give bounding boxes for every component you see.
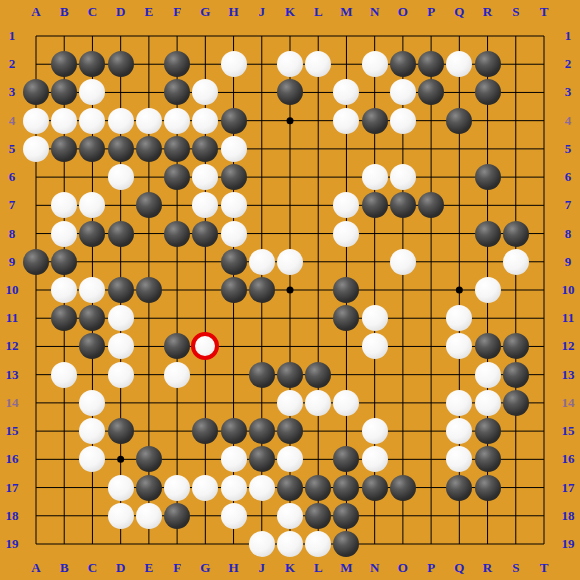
white-stone-B8 — [51, 221, 77, 247]
row-label-right-1: 1 — [565, 28, 572, 44]
black-stone-P7 — [418, 192, 444, 218]
black-stone-R2 — [475, 51, 501, 77]
row-label-left-19: 19 — [6, 536, 19, 552]
black-stone-K3 — [277, 79, 303, 105]
col-label-bottom-B: B — [60, 560, 69, 576]
black-stone-B2 — [51, 51, 77, 77]
col-label-top-K: K — [285, 4, 295, 20]
white-stone-C16 — [79, 446, 105, 472]
row-label-left-18: 18 — [6, 508, 19, 524]
black-stone-C5 — [79, 136, 105, 162]
black-stone-E16 — [136, 446, 162, 472]
white-stone-E18 — [136, 503, 162, 529]
black-stone-R8 — [475, 221, 501, 247]
col-label-bottom-M: M — [340, 560, 352, 576]
white-stone-G17 — [192, 475, 218, 501]
white-stone-K2 — [277, 51, 303, 77]
row-label-left-3: 3 — [9, 84, 16, 100]
black-stone-H4 — [221, 108, 247, 134]
black-stone-H6 — [221, 164, 247, 190]
col-label-bottom-S: S — [512, 560, 519, 576]
white-stone-E4 — [136, 108, 162, 134]
white-stone-H2 — [221, 51, 247, 77]
black-stone-P2 — [418, 51, 444, 77]
white-stone-N12 — [362, 333, 388, 359]
col-label-bottom-H: H — [228, 560, 238, 576]
white-stone-Q15 — [446, 418, 472, 444]
col-label-bottom-L: L — [314, 560, 323, 576]
row-label-right-10: 10 — [562, 282, 575, 298]
black-stone-A9 — [23, 249, 49, 275]
white-stone-G7 — [192, 192, 218, 218]
row-label-right-9: 9 — [565, 254, 572, 270]
row-label-left-13: 13 — [6, 367, 19, 383]
row-label-right-19: 19 — [562, 536, 575, 552]
row-label-left-15: 15 — [6, 423, 19, 439]
black-stone-N4 — [362, 108, 388, 134]
white-stone-K19 — [277, 531, 303, 557]
row-label-right-3: 3 — [565, 84, 572, 100]
white-stone-K16 — [277, 446, 303, 472]
white-stone-G6 — [192, 164, 218, 190]
col-label-bottom-P: P — [427, 560, 435, 576]
last-move-marker — [191, 332, 219, 360]
black-stone-G15 — [192, 418, 218, 444]
black-stone-D10 — [108, 277, 134, 303]
white-stone-D4 — [108, 108, 134, 134]
black-stone-N17 — [362, 475, 388, 501]
white-stone-K18 — [277, 503, 303, 529]
row-label-left-14: 14 — [6, 395, 19, 411]
white-stone-D17 — [108, 475, 134, 501]
row-label-right-15: 15 — [562, 423, 575, 439]
black-stone-F2 — [164, 51, 190, 77]
row-label-left-17: 17 — [6, 480, 19, 496]
row-label-left-2: 2 — [9, 56, 16, 72]
black-stone-J13 — [249, 362, 275, 388]
black-stone-E17 — [136, 475, 162, 501]
white-stone-L2 — [305, 51, 331, 77]
col-label-top-H: H — [228, 4, 238, 20]
row-label-right-4: 4 — [565, 113, 572, 129]
white-stone-M3 — [333, 79, 359, 105]
row-label-left-9: 9 — [9, 254, 16, 270]
black-stone-L13 — [305, 362, 331, 388]
col-label-top-B: B — [60, 4, 69, 20]
black-stone-F18 — [164, 503, 190, 529]
black-stone-M11 — [333, 305, 359, 331]
col-label-top-A: A — [31, 4, 40, 20]
black-stone-O7 — [390, 192, 416, 218]
white-stone-C7 — [79, 192, 105, 218]
black-stone-B3 — [51, 79, 77, 105]
row-label-right-5: 5 — [565, 141, 572, 157]
row-label-left-1: 1 — [9, 28, 16, 44]
white-stone-D12 — [108, 333, 134, 359]
col-label-bottom-F: F — [173, 560, 181, 576]
black-stone-J16 — [249, 446, 275, 472]
black-stone-H15 — [221, 418, 247, 444]
black-stone-D5 — [108, 136, 134, 162]
row-label-right-12: 12 — [562, 338, 575, 354]
white-stone-H16 — [221, 446, 247, 472]
row-label-left-10: 10 — [6, 282, 19, 298]
white-stone-N15 — [362, 418, 388, 444]
col-label-bottom-J: J — [259, 560, 266, 576]
black-stone-S13 — [503, 362, 529, 388]
row-label-right-8: 8 — [565, 226, 572, 242]
row-label-left-5: 5 — [9, 141, 16, 157]
black-stone-S8 — [503, 221, 529, 247]
white-stone-M8 — [333, 221, 359, 247]
white-stone-O9 — [390, 249, 416, 275]
white-stone-S9 — [503, 249, 529, 275]
white-stone-H17 — [221, 475, 247, 501]
white-stone-C4 — [79, 108, 105, 134]
white-stone-Q14 — [446, 390, 472, 416]
row-label-right-17: 17 — [562, 480, 575, 496]
white-stone-F17 — [164, 475, 190, 501]
col-label-top-D: D — [116, 4, 125, 20]
row-label-left-4: 4 — [9, 113, 16, 129]
white-stone-D18 — [108, 503, 134, 529]
col-label-top-O: O — [398, 4, 408, 20]
black-stone-M18 — [333, 503, 359, 529]
white-stone-Q12 — [446, 333, 472, 359]
black-stone-K17 — [277, 475, 303, 501]
star-point-K10 — [287, 287, 294, 294]
black-stone-D15 — [108, 418, 134, 444]
black-stone-K15 — [277, 418, 303, 444]
white-stone-H8 — [221, 221, 247, 247]
white-stone-O4 — [390, 108, 416, 134]
white-stone-H5 — [221, 136, 247, 162]
black-stone-P3 — [418, 79, 444, 105]
white-stone-J19 — [249, 531, 275, 557]
col-label-top-L: L — [314, 4, 323, 20]
row-label-right-11: 11 — [562, 310, 574, 326]
row-label-right-18: 18 — [562, 508, 575, 524]
black-stone-D2 — [108, 51, 134, 77]
black-stone-G5 — [192, 136, 218, 162]
col-label-bottom-E: E — [145, 560, 154, 576]
white-stone-A4 — [23, 108, 49, 134]
white-stone-R13 — [475, 362, 501, 388]
star-point-K4 — [287, 117, 294, 124]
white-stone-L19 — [305, 531, 331, 557]
black-stone-L18 — [305, 503, 331, 529]
col-label-top-Q: Q — [454, 4, 464, 20]
col-label-top-F: F — [173, 4, 181, 20]
black-stone-Q4 — [446, 108, 472, 134]
black-stone-C8 — [79, 221, 105, 247]
black-stone-G8 — [192, 221, 218, 247]
white-stone-K9 — [277, 249, 303, 275]
white-stone-N2 — [362, 51, 388, 77]
black-stone-R15 — [475, 418, 501, 444]
col-label-top-R: R — [483, 4, 492, 20]
white-stone-Q2 — [446, 51, 472, 77]
col-label-bottom-A: A — [31, 560, 40, 576]
black-stone-C2 — [79, 51, 105, 77]
white-stone-O3 — [390, 79, 416, 105]
white-stone-A5 — [23, 136, 49, 162]
row-label-right-6: 6 — [565, 169, 572, 185]
white-stone-R14 — [475, 390, 501, 416]
white-stone-C10 — [79, 277, 105, 303]
black-stone-F6 — [164, 164, 190, 190]
col-label-bottom-G: G — [200, 560, 210, 576]
black-stone-F12 — [164, 333, 190, 359]
black-stone-M10 — [333, 277, 359, 303]
black-stone-O2 — [390, 51, 416, 77]
col-label-top-T: T — [540, 4, 549, 20]
row-label-left-8: 8 — [9, 226, 16, 242]
col-label-bottom-D: D — [116, 560, 125, 576]
col-label-bottom-C: C — [88, 560, 97, 576]
row-label-left-11: 11 — [6, 310, 18, 326]
white-stone-D13 — [108, 362, 134, 388]
black-stone-R16 — [475, 446, 501, 472]
white-stone-C3 — [79, 79, 105, 105]
white-stone-G3 — [192, 79, 218, 105]
black-stone-M19 — [333, 531, 359, 557]
col-label-bottom-Q: Q — [454, 560, 464, 576]
white-stone-D6 — [108, 164, 134, 190]
white-stone-F13 — [164, 362, 190, 388]
black-stone-B9 — [51, 249, 77, 275]
black-stone-S12 — [503, 333, 529, 359]
white-stone-M14 — [333, 390, 359, 416]
white-stone-N11 — [362, 305, 388, 331]
white-stone-B10 — [51, 277, 77, 303]
white-stone-H18 — [221, 503, 247, 529]
white-stone-N6 — [362, 164, 388, 190]
white-stone-Q11 — [446, 305, 472, 331]
col-label-bottom-K: K — [285, 560, 295, 576]
black-stone-E5 — [136, 136, 162, 162]
white-stone-J9 — [249, 249, 275, 275]
black-stone-M17 — [333, 475, 359, 501]
go-board-app: AABBCCDDEEFFGGHHJJKKLLMMNNOOPPQQRRSSTT11… — [0, 0, 580, 580]
black-stone-K13 — [277, 362, 303, 388]
row-label-left-7: 7 — [9, 197, 16, 213]
black-stone-F5 — [164, 136, 190, 162]
white-stone-C15 — [79, 418, 105, 444]
black-stone-H10 — [221, 277, 247, 303]
row-label-right-13: 13 — [562, 367, 575, 383]
white-stone-M7 — [333, 192, 359, 218]
white-stone-G4 — [192, 108, 218, 134]
star-point-Q10 — [456, 287, 463, 294]
black-stone-J10 — [249, 277, 275, 303]
col-label-bottom-T: T — [540, 560, 549, 576]
black-stone-R17 — [475, 475, 501, 501]
black-stone-Q17 — [446, 475, 472, 501]
white-stone-K14 — [277, 390, 303, 416]
row-label-right-2: 2 — [565, 56, 572, 72]
black-stone-B11 — [51, 305, 77, 331]
black-stone-M16 — [333, 446, 359, 472]
col-label-top-C: C — [88, 4, 97, 20]
col-label-bottom-N: N — [370, 560, 379, 576]
black-stone-B5 — [51, 136, 77, 162]
row-label-left-6: 6 — [9, 169, 16, 185]
black-stone-J15 — [249, 418, 275, 444]
white-stone-L14 — [305, 390, 331, 416]
col-label-top-M: M — [340, 4, 352, 20]
black-stone-H9 — [221, 249, 247, 275]
white-stone-B7 — [51, 192, 77, 218]
black-stone-F8 — [164, 221, 190, 247]
black-stone-N7 — [362, 192, 388, 218]
col-label-bottom-R: R — [483, 560, 492, 576]
white-stone-B13 — [51, 362, 77, 388]
go-board[interactable]: AABBCCDDEEFFGGHHJJKKLLMMNNOOPPQQRRSSTT11… — [0, 0, 580, 580]
black-stone-R12 — [475, 333, 501, 359]
col-label-top-G: G — [200, 4, 210, 20]
white-stone-H7 — [221, 192, 247, 218]
black-stone-C12 — [79, 333, 105, 359]
black-stone-S14 — [503, 390, 529, 416]
black-stone-R3 — [475, 79, 501, 105]
white-stone-M4 — [333, 108, 359, 134]
black-stone-L17 — [305, 475, 331, 501]
black-stone-D8 — [108, 221, 134, 247]
white-stone-J17 — [249, 475, 275, 501]
col-label-top-N: N — [370, 4, 379, 20]
col-label-bottom-O: O — [398, 560, 408, 576]
black-stone-R6 — [475, 164, 501, 190]
row-label-left-16: 16 — [6, 451, 19, 467]
col-label-top-E: E — [145, 4, 154, 20]
white-stone-C14 — [79, 390, 105, 416]
white-stone-B4 — [51, 108, 77, 134]
white-stone-Q16 — [446, 446, 472, 472]
white-stone-D11 — [108, 305, 134, 331]
black-stone-C11 — [79, 305, 105, 331]
col-label-top-S: S — [512, 4, 519, 20]
white-stone-R10 — [475, 277, 501, 303]
black-stone-E10 — [136, 277, 162, 303]
row-label-right-16: 16 — [562, 451, 575, 467]
black-stone-O17 — [390, 475, 416, 501]
white-stone-F4 — [164, 108, 190, 134]
black-stone-E7 — [136, 192, 162, 218]
row-label-right-7: 7 — [565, 197, 572, 213]
col-label-top-J: J — [259, 4, 266, 20]
white-stone-N16 — [362, 446, 388, 472]
star-point-D16 — [117, 456, 124, 463]
row-label-right-14: 14 — [562, 395, 575, 411]
white-stone-O6 — [390, 164, 416, 190]
black-stone-F3 — [164, 79, 190, 105]
col-label-top-P: P — [427, 4, 435, 20]
row-label-left-12: 12 — [6, 338, 19, 354]
black-stone-A3 — [23, 79, 49, 105]
